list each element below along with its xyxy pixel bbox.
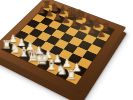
chess-set-photo: ♜♞♝♛♚♝♞♜♟♟♟♟♟♟♟♟♟♟♟♟♟♟♟♟♜♞♝♛♚♝♞♜ <box>0 0 133 100</box>
square-h1[interactable]: ♜ <box>66 72 82 85</box>
board-scene: ♜♞♝♛♚♝♞♜♟♟♟♟♟♟♟♟♟♟♟♟♟♟♟♟♜♞♝♛♚♝♞♜ <box>0 0 133 100</box>
board-frame: ♜♞♝♛♚♝♞♜♟♟♟♟♟♟♟♟♟♟♟♟♟♟♟♟♜♞♝♛♚♝♞♜ <box>0 0 126 97</box>
piece-black-pawn[interactable]: ♟ <box>89 29 115 39</box>
chess-board: ♜♞♝♛♚♝♞♜♟♟♟♟♟♟♟♟♟♟♟♟♟♟♟♟♜♞♝♛♚♝♞♜ <box>0 0 126 97</box>
piece-white-rook[interactable]: ♜ <box>57 69 87 82</box>
